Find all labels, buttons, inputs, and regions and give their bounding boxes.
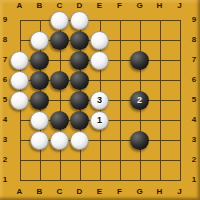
stone-black-C8[interactable] xyxy=(50,31,69,50)
column-label-bottom: H xyxy=(154,187,166,197)
stone-white-A5[interactable] xyxy=(10,91,29,110)
row-label-right: 8 xyxy=(189,35,199,45)
row-label-left: 9 xyxy=(0,15,10,25)
column-label-top: H xyxy=(154,1,166,11)
row-label-left: 6 xyxy=(0,75,10,85)
stone-black-D7[interactable] xyxy=(70,51,89,70)
row-label-left: 4 xyxy=(0,115,10,125)
row-label-left: 2 xyxy=(0,155,10,165)
stone-white-E8[interactable] xyxy=(90,31,109,50)
stone-black-G7[interactable] xyxy=(130,51,149,70)
row-label-right: 9 xyxy=(189,15,199,25)
grid-line-vertical xyxy=(120,20,121,181)
column-label-bottom: B xyxy=(34,187,46,197)
column-label-top: G xyxy=(134,1,146,11)
go-board[interactable]: AA99BB88CC77DD66EE55FF44GG33HH22JJ11 321 xyxy=(0,0,200,200)
row-label-left: 5 xyxy=(0,95,10,105)
row-label-right: 6 xyxy=(189,75,199,85)
row-label-right: 3 xyxy=(189,135,199,145)
stone-white-C3[interactable] xyxy=(50,131,69,150)
column-label-top: J xyxy=(174,1,186,11)
row-label-right: 5 xyxy=(189,95,199,105)
grid-line-vertical xyxy=(160,20,161,181)
column-label-top: A xyxy=(14,1,26,11)
stone-white-B3[interactable] xyxy=(30,131,49,150)
stone-white-A6[interactable] xyxy=(10,71,29,90)
column-label-bottom: E xyxy=(94,187,106,197)
row-label-left: 8 xyxy=(0,35,10,45)
row-label-right: 2 xyxy=(189,155,199,165)
stone-white-D3[interactable] xyxy=(70,131,89,150)
stone-white-D9[interactable] xyxy=(70,11,89,30)
stone-white-C9[interactable] xyxy=(50,11,69,30)
stone-white-B8[interactable] xyxy=(30,31,49,50)
stone-black-B6[interactable] xyxy=(30,71,49,90)
stone-black-D4[interactable] xyxy=(70,111,89,130)
grid-line-horizontal xyxy=(20,160,181,161)
stone-white-E5[interactable]: 3 xyxy=(90,91,109,110)
row-label-left: 3 xyxy=(0,135,10,145)
stone-black-G5[interactable]: 2 xyxy=(130,91,149,110)
grid-line-horizontal xyxy=(20,180,181,181)
grid-line-vertical xyxy=(180,20,181,181)
stone-black-C4[interactable] xyxy=(50,111,69,130)
column-label-top: D xyxy=(74,1,86,11)
column-label-bottom: G xyxy=(134,187,146,197)
move-number-label: 2 xyxy=(137,95,142,105)
column-label-top: E xyxy=(94,1,106,11)
column-label-top: F xyxy=(114,1,126,11)
column-label-top: B xyxy=(34,1,46,11)
stone-black-G3[interactable] xyxy=(130,131,149,150)
row-label-left: 7 xyxy=(0,55,10,65)
row-label-left: 1 xyxy=(0,175,10,185)
column-label-bottom: J xyxy=(174,187,186,197)
column-label-bottom: F xyxy=(114,187,126,197)
stone-black-C6[interactable] xyxy=(50,71,69,90)
stone-black-B7[interactable] xyxy=(30,51,49,70)
column-label-bottom: C xyxy=(54,187,66,197)
row-label-right: 4 xyxy=(189,115,199,125)
stone-black-D8[interactable] xyxy=(70,31,89,50)
row-label-right: 1 xyxy=(189,175,199,185)
stone-black-D5[interactable] xyxy=(70,91,89,110)
stone-white-B4[interactable] xyxy=(30,111,49,130)
row-label-right: 7 xyxy=(189,55,199,65)
stone-white-E4[interactable]: 1 xyxy=(90,111,109,130)
column-label-bottom: A xyxy=(14,187,26,197)
column-label-bottom: D xyxy=(74,187,86,197)
stone-black-B5[interactable] xyxy=(30,91,49,110)
move-number-label: 1 xyxy=(97,115,102,125)
stone-white-E7[interactable] xyxy=(90,51,109,70)
column-label-top: C xyxy=(54,1,66,11)
stone-black-D6[interactable] xyxy=(70,71,89,90)
stone-white-A7[interactable] xyxy=(10,51,29,70)
move-number-label: 3 xyxy=(97,95,102,105)
